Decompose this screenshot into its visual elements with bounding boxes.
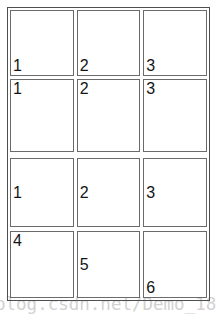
cell-number: 1 [13,57,22,75]
grid-cell-r4c3: 6 [143,231,207,298]
grid-cell-r4c2: 5 [77,231,141,298]
cell-number: 2 [80,184,89,202]
cell-number: 2 [80,80,89,98]
cell-number: 6 [146,279,155,297]
table-row-2: 1 2 3 [10,79,207,152]
cell-number: 3 [146,80,155,98]
grid-cell-r3c2: 2 [77,158,141,227]
cell-number: 4 [13,232,22,250]
table-row-4: 4 5 6 [10,231,207,298]
grid-table: 1 2 3 1 2 3 1 2 [7,7,210,301]
cell-number: 2 [80,57,89,75]
cell-number: 5 [80,256,89,274]
grid-cell-r1c1: 1 [10,10,74,76]
grid-cell-r4c1: 4 [10,231,74,298]
cell-number: 3 [146,57,155,75]
grid-cell-r2c1: 1 [10,79,74,152]
grid-cell-r1c3: 3 [143,10,207,76]
cell-number: 1 [13,80,22,98]
page: blog.csdn.net/Demo_18 1 2 3 1 2 3 [0,0,218,325]
grid-cell-r2c3: 3 [143,79,207,152]
grid-cell-r2c2: 2 [77,79,141,152]
grid-cell-r1c2: 2 [77,10,141,76]
grid-cell-r3c1: 1 [10,158,74,227]
cell-number: 3 [146,184,155,202]
cell-number: 1 [13,184,22,202]
table-row-1: 1 2 3 [10,10,207,76]
grid-cell-r3c3: 3 [143,158,207,227]
table-row-3: 1 2 3 [10,158,207,227]
